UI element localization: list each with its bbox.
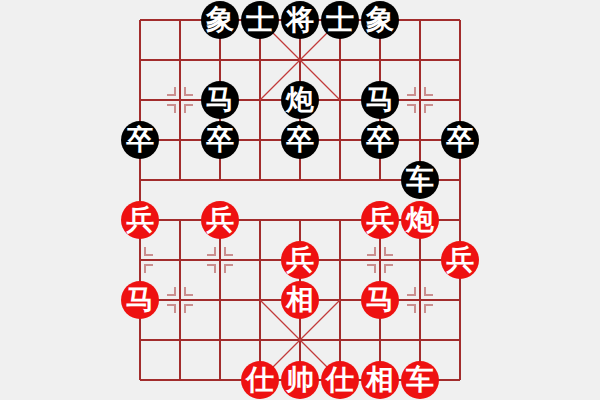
piece-red-chariot[interactable]: 车 [401,361,439,399]
board-point: 卒 [120,120,160,160]
xiangqi-board: 象士将士象马炮马卒卒卒卒卒车兵兵兵炮兵兵马相马仕帅仕相车 [0,0,600,400]
board-point: 仕 [240,360,280,400]
piece-red-soldier[interactable]: 兵 [441,241,479,279]
piece-red-advisor[interactable]: 仕 [241,361,279,399]
piece-red-soldier[interactable]: 兵 [201,201,239,239]
board-point: 象 [360,0,400,40]
board-point: 将 [280,0,320,40]
piece-red-general[interactable]: 帅 [281,361,319,399]
piece-red-soldier[interactable]: 兵 [121,201,159,239]
piece-black-horse[interactable]: 马 [201,81,239,119]
board-pieces-grid: 象士将士象马炮马卒卒卒卒卒车兵兵兵炮兵兵马相马仕帅仕相车 [120,0,480,400]
board-point: 兵 [280,240,320,280]
piece-black-horse[interactable]: 马 [361,81,399,119]
piece-red-elephant[interactable]: 相 [281,281,319,319]
board-point: 车 [400,360,440,400]
piece-red-cannon[interactable]: 炮 [401,201,439,239]
board-point: 相 [280,280,320,320]
piece-red-elephant[interactable]: 相 [361,361,399,399]
board-point: 卒 [280,120,320,160]
board-point: 马 [360,80,400,120]
board-point: 车 [400,160,440,200]
board-point: 马 [120,280,160,320]
piece-red-advisor[interactable]: 仕 [321,361,359,399]
piece-red-horse[interactable]: 马 [361,281,399,319]
piece-red-soldier[interactable]: 兵 [281,241,319,279]
piece-black-chariot[interactable]: 车 [401,161,439,199]
board-point: 帅 [280,360,320,400]
piece-red-soldier[interactable]: 兵 [361,201,399,239]
board-point: 兵 [200,200,240,240]
board-point: 士 [320,0,360,40]
board-point: 马 [360,280,400,320]
piece-black-soldier[interactable]: 卒 [281,121,319,159]
piece-black-soldier[interactable]: 卒 [201,121,239,159]
board-point: 马 [200,80,240,120]
piece-red-horse[interactable]: 马 [121,281,159,319]
piece-black-soldier[interactable]: 卒 [441,121,479,159]
board-point: 士 [240,0,280,40]
board-point: 卒 [440,120,480,160]
piece-black-elephant[interactable]: 象 [361,1,399,39]
piece-black-advisor[interactable]: 士 [241,1,279,39]
board-point: 兵 [120,200,160,240]
board-point: 炮 [400,200,440,240]
piece-black-soldier[interactable]: 卒 [121,121,159,159]
piece-black-cannon[interactable]: 炮 [281,81,319,119]
board-point: 卒 [200,120,240,160]
piece-black-soldier[interactable]: 卒 [361,121,399,159]
board-point: 兵 [440,240,480,280]
piece-black-general[interactable]: 将 [281,1,319,39]
piece-black-advisor[interactable]: 士 [321,1,359,39]
board-point: 卒 [360,120,400,160]
board-point: 仕 [320,360,360,400]
board-point: 相 [360,360,400,400]
piece-black-elephant[interactable]: 象 [201,1,239,39]
board-point: 炮 [280,80,320,120]
board-point: 兵 [360,200,400,240]
board-point: 象 [200,0,240,40]
